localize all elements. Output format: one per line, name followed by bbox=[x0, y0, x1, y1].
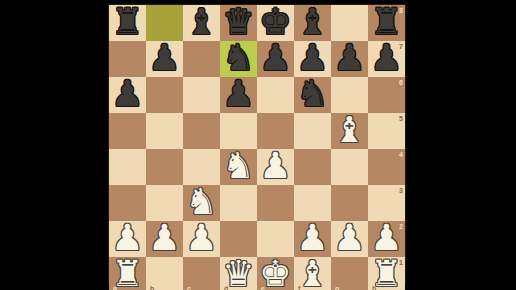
square-e3[interactable] bbox=[257, 185, 294, 221]
white-pawn-c2[interactable]: ♟ bbox=[185, 220, 217, 256]
square-a5[interactable] bbox=[109, 113, 146, 149]
square-f7[interactable]: ♟ bbox=[294, 41, 331, 77]
square-f3[interactable] bbox=[294, 185, 331, 221]
square-e8[interactable]: ♚ bbox=[257, 5, 294, 41]
white-pawn-g2[interactable]: ♟ bbox=[333, 220, 365, 256]
square-c7[interactable] bbox=[183, 41, 220, 77]
square-g6[interactable] bbox=[331, 77, 368, 113]
square-c4[interactable] bbox=[183, 149, 220, 185]
square-d5[interactable] bbox=[220, 113, 257, 149]
square-c8[interactable]: ♝ bbox=[183, 5, 220, 41]
square-g3[interactable] bbox=[331, 185, 368, 221]
square-g2[interactable]: ♟ bbox=[331, 221, 368, 257]
white-rook-a1[interactable]: ♜ bbox=[111, 256, 143, 290]
square-h3[interactable]: 3 bbox=[368, 185, 405, 221]
square-c3[interactable]: ♞ bbox=[183, 185, 220, 221]
black-bishop-c8[interactable]: ♝ bbox=[185, 4, 217, 40]
square-d8[interactable]: ♛ bbox=[220, 5, 257, 41]
white-knight-d4[interactable]: ♞ bbox=[222, 148, 254, 184]
square-f5[interactable] bbox=[294, 113, 331, 149]
square-b2[interactable]: ♟ bbox=[146, 221, 183, 257]
square-a8[interactable]: ♜ bbox=[109, 5, 146, 41]
white-king-e1[interactable]: ♚ bbox=[259, 256, 291, 290]
square-b5[interactable] bbox=[146, 113, 183, 149]
rank-label-4: 4 bbox=[399, 151, 403, 158]
square-h1[interactable]: ♜1h bbox=[368, 257, 405, 290]
square-h7[interactable]: ♟7 bbox=[368, 41, 405, 77]
square-f2[interactable]: ♟ bbox=[294, 221, 331, 257]
square-a3[interactable] bbox=[109, 185, 146, 221]
white-pawn-a2[interactable]: ♟ bbox=[111, 220, 143, 256]
square-a1[interactable]: ♜a bbox=[109, 257, 146, 290]
square-g7[interactable]: ♟ bbox=[331, 41, 368, 77]
rank-label-6: 6 bbox=[399, 79, 403, 86]
square-h4[interactable]: 4 bbox=[368, 149, 405, 185]
white-pawn-h2[interactable]: ♟ bbox=[370, 220, 402, 256]
square-e5[interactable] bbox=[257, 113, 294, 149]
square-a4[interactable] bbox=[109, 149, 146, 185]
black-queen-d8[interactable]: ♛ bbox=[222, 4, 254, 40]
square-e1[interactable]: ♚e bbox=[257, 257, 294, 290]
square-e6[interactable] bbox=[257, 77, 294, 113]
square-e4[interactable]: ♟ bbox=[257, 149, 294, 185]
square-f4[interactable] bbox=[294, 149, 331, 185]
rank-label-3: 3 bbox=[399, 187, 403, 194]
black-king-e8[interactable]: ♚ bbox=[259, 4, 291, 40]
white-knight-c3[interactable]: ♞ bbox=[185, 184, 217, 220]
square-h8[interactable]: ♜8 bbox=[368, 5, 405, 41]
square-c1[interactable]: c bbox=[183, 257, 220, 290]
square-c2[interactable]: ♟ bbox=[183, 221, 220, 257]
file-label-c: c bbox=[187, 285, 191, 290]
square-b8[interactable] bbox=[146, 5, 183, 41]
black-rook-a8[interactable]: ♜ bbox=[111, 4, 143, 40]
square-d4[interactable]: ♞ bbox=[220, 149, 257, 185]
square-a6[interactable]: ♟ bbox=[109, 77, 146, 113]
black-pawn-h7[interactable]: ♟ bbox=[370, 40, 402, 76]
square-a7[interactable] bbox=[109, 41, 146, 77]
square-d3[interactable] bbox=[220, 185, 257, 221]
square-h6[interactable]: 6 bbox=[368, 77, 405, 113]
black-bishop-f8[interactable]: ♝ bbox=[296, 4, 328, 40]
square-c5[interactable] bbox=[183, 113, 220, 149]
white-rook-h1[interactable]: ♜ bbox=[370, 256, 402, 290]
square-b7[interactable]: ♟ bbox=[146, 41, 183, 77]
file-label-g: g bbox=[335, 285, 339, 290]
square-f1[interactable]: ♝f bbox=[294, 257, 331, 290]
square-e7[interactable]: ♟ bbox=[257, 41, 294, 77]
white-pawn-b2[interactable]: ♟ bbox=[148, 220, 180, 256]
white-bishop-g5[interactable]: ♝ bbox=[333, 112, 365, 148]
square-g4[interactable] bbox=[331, 149, 368, 185]
square-g1[interactable]: g bbox=[331, 257, 368, 290]
white-bishop-f1[interactable]: ♝ bbox=[296, 256, 328, 290]
rank-label-5: 5 bbox=[399, 115, 403, 122]
square-g5[interactable]: ♝ bbox=[331, 113, 368, 149]
square-f8[interactable]: ♝ bbox=[294, 5, 331, 41]
square-b6[interactable] bbox=[146, 77, 183, 113]
square-g8[interactable] bbox=[331, 5, 368, 41]
square-d7[interactable]: ♞ bbox=[220, 41, 257, 77]
black-knight-f6[interactable]: ♞ bbox=[296, 76, 328, 112]
black-rook-h8[interactable]: ♜ bbox=[370, 4, 402, 40]
square-b1[interactable]: b bbox=[146, 257, 183, 290]
white-pawn-f2[interactable]: ♟ bbox=[296, 220, 328, 256]
white-queen-d1[interactable]: ♛ bbox=[222, 256, 254, 290]
black-knight-d7[interactable]: ♞ bbox=[222, 40, 254, 76]
white-pawn-e4[interactable]: ♟ bbox=[259, 148, 291, 184]
black-pawn-a6[interactable]: ♟ bbox=[111, 76, 143, 112]
chess-board: ♜♝♛♚♝♜8♟♞♟♟♟♟7♟♟♞6♝5♞♟4♞3♟♟♟♟♟♟2♜abc♛d♚e… bbox=[109, 5, 405, 283]
square-d1[interactable]: ♛d bbox=[220, 257, 257, 290]
square-d6[interactable]: ♟ bbox=[220, 77, 257, 113]
square-h2[interactable]: ♟2 bbox=[368, 221, 405, 257]
video-frame: ♜♝♛♚♝♜8♟♞♟♟♟♟7♟♟♞6♝5♞♟4♞3♟♟♟♟♟♟2♜abc♛d♚e… bbox=[0, 0, 516, 290]
square-h5[interactable]: 5 bbox=[368, 113, 405, 149]
black-pawn-b7[interactable]: ♟ bbox=[148, 40, 180, 76]
file-label-b: b bbox=[150, 285, 154, 290]
square-e2[interactable] bbox=[257, 221, 294, 257]
square-a2[interactable]: ♟ bbox=[109, 221, 146, 257]
square-f6[interactable]: ♞ bbox=[294, 77, 331, 113]
square-b3[interactable] bbox=[146, 185, 183, 221]
square-b4[interactable] bbox=[146, 149, 183, 185]
black-pawn-f7[interactable]: ♟ bbox=[296, 40, 328, 76]
black-pawn-g7[interactable]: ♟ bbox=[333, 40, 365, 76]
square-c6[interactable] bbox=[183, 77, 220, 113]
black-pawn-d6[interactable]: ♟ bbox=[222, 76, 254, 112]
black-pawn-e7[interactable]: ♟ bbox=[259, 40, 291, 76]
square-d2[interactable] bbox=[220, 221, 257, 257]
